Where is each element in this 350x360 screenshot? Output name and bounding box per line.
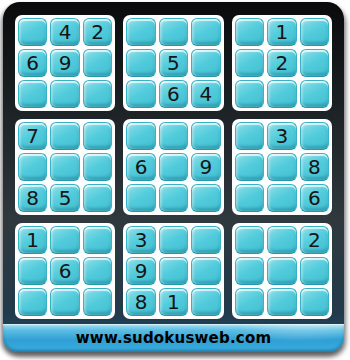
cell-r3c7[interactable] xyxy=(235,80,264,108)
cell-r4c9[interactable] xyxy=(300,122,329,150)
cell-r2c9[interactable] xyxy=(300,49,329,77)
cell-r6c9[interactable]: 6 xyxy=(300,184,329,212)
cell-r8c1[interactable] xyxy=(18,257,47,285)
box-0-2: 12 xyxy=(232,15,332,111)
cell-r6c2[interactable]: 5 xyxy=(50,184,79,212)
box-2-2: 2 xyxy=(232,223,332,319)
cell-r8c3[interactable] xyxy=(83,257,112,285)
cell-r4c8[interactable]: 3 xyxy=(267,122,296,150)
cell-r3c4[interactable] xyxy=(126,80,155,108)
sudoku-board: 426956412785693861639812 xyxy=(3,2,344,319)
cell-r6c7[interactable] xyxy=(235,184,264,212)
cell-r8c9[interactable] xyxy=(300,257,329,285)
cell-r7c3[interactable] xyxy=(83,226,112,254)
cell-r2c7[interactable] xyxy=(235,49,264,77)
cell-r3c1[interactable] xyxy=(18,80,47,108)
cell-r7c4[interactable]: 3 xyxy=(126,226,155,254)
cell-r8c7[interactable] xyxy=(235,257,264,285)
cell-r8c2[interactable]: 6 xyxy=(50,257,79,285)
cell-r1c1[interactable] xyxy=(18,18,47,46)
cell-r2c6[interactable] xyxy=(191,49,220,77)
cell-r6c5[interactable] xyxy=(159,184,188,212)
box-2-1: 3981 xyxy=(123,223,223,319)
cell-r3c2[interactable] xyxy=(50,80,79,108)
sudoku-board-frame: 426956412785693861639812 www.sudokusweb.… xyxy=(3,2,344,352)
cell-r2c5[interactable]: 5 xyxy=(159,49,188,77)
cell-r4c4[interactable] xyxy=(126,122,155,150)
cell-r9c1[interactable] xyxy=(18,288,47,316)
cell-r5c8[interactable] xyxy=(267,153,296,181)
cell-r8c6[interactable] xyxy=(191,257,220,285)
cell-r7c9[interactable]: 2 xyxy=(300,226,329,254)
cell-r1c9[interactable] xyxy=(300,18,329,46)
cell-r1c5[interactable] xyxy=(159,18,188,46)
cell-r9c6[interactable] xyxy=(191,288,220,316)
footer-bar: www.sudokusweb.com xyxy=(3,324,344,352)
cell-r9c5[interactable]: 1 xyxy=(159,288,188,316)
cell-r5c9[interactable]: 8 xyxy=(300,153,329,181)
cell-r2c4[interactable] xyxy=(126,49,155,77)
box-2-0: 16 xyxy=(15,223,115,319)
cell-r6c3[interactable] xyxy=(83,184,112,212)
cell-r6c1[interactable]: 8 xyxy=(18,184,47,212)
cell-r5c5[interactable] xyxy=(159,153,188,181)
box-0-1: 564 xyxy=(123,15,223,111)
cell-r4c3[interactable] xyxy=(83,122,112,150)
cell-r4c1[interactable]: 7 xyxy=(18,122,47,150)
box-1-2: 386 xyxy=(232,119,332,215)
cell-r7c7[interactable] xyxy=(235,226,264,254)
cell-r3c5[interactable]: 6 xyxy=(159,80,188,108)
cell-r3c6[interactable]: 4 xyxy=(191,80,220,108)
cell-r3c8[interactable] xyxy=(267,80,296,108)
cell-r8c4[interactable]: 9 xyxy=(126,257,155,285)
cell-r9c8[interactable] xyxy=(267,288,296,316)
cell-r4c7[interactable] xyxy=(235,122,264,150)
cell-r7c5[interactable] xyxy=(159,226,188,254)
cell-r1c2[interactable]: 4 xyxy=(50,18,79,46)
box-0-0: 4269 xyxy=(15,15,115,111)
cell-r4c2[interactable] xyxy=(50,122,79,150)
cell-r8c5[interactable] xyxy=(159,257,188,285)
box-1-1: 69 xyxy=(123,119,223,215)
cell-r5c6[interactable]: 9 xyxy=(191,153,220,181)
cell-r5c2[interactable] xyxy=(50,153,79,181)
cell-r2c1[interactable]: 6 xyxy=(18,49,47,77)
cell-r4c5[interactable] xyxy=(159,122,188,150)
cell-r9c9[interactable] xyxy=(300,288,329,316)
cell-r9c3[interactable] xyxy=(83,288,112,316)
box-1-0: 785 xyxy=(15,119,115,215)
cell-r1c3[interactable]: 2 xyxy=(83,18,112,46)
cell-r3c9[interactable] xyxy=(300,80,329,108)
cell-r2c2[interactable]: 9 xyxy=(50,49,79,77)
cell-r2c8[interactable]: 2 xyxy=(267,49,296,77)
cell-r3c3[interactable] xyxy=(83,80,112,108)
cell-r6c6[interactable] xyxy=(191,184,220,212)
cell-r5c4[interactable]: 6 xyxy=(126,153,155,181)
sudokusweb-link[interactable]: www.sudokusweb.com xyxy=(76,329,271,347)
cell-r5c7[interactable] xyxy=(235,153,264,181)
cell-r5c3[interactable] xyxy=(83,153,112,181)
cell-r1c8[interactable]: 1 xyxy=(267,18,296,46)
cell-r7c1[interactable]: 1 xyxy=(18,226,47,254)
cell-r7c2[interactable] xyxy=(50,226,79,254)
cell-r7c8[interactable] xyxy=(267,226,296,254)
cell-r9c4[interactable]: 8 xyxy=(126,288,155,316)
cell-r9c2[interactable] xyxy=(50,288,79,316)
cell-r6c8[interactable] xyxy=(267,184,296,212)
cell-r2c3[interactable] xyxy=(83,49,112,77)
cell-r7c6[interactable] xyxy=(191,226,220,254)
cell-r6c4[interactable] xyxy=(126,184,155,212)
cell-r4c6[interactable] xyxy=(191,122,220,150)
cell-r8c8[interactable] xyxy=(267,257,296,285)
cell-r9c7[interactable] xyxy=(235,288,264,316)
cell-r1c6[interactable] xyxy=(191,18,220,46)
cell-r1c4[interactable] xyxy=(126,18,155,46)
cell-r1c7[interactable] xyxy=(235,18,264,46)
cell-r5c1[interactable] xyxy=(18,153,47,181)
